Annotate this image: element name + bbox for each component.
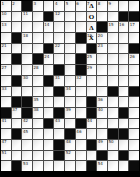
cell-r8c6[interactable]: 31 [54, 76, 64, 86]
black-cell-r15c12 [119, 151, 129, 161]
cell-r10c5[interactable] [44, 97, 54, 107]
clue-number: 20 [98, 33, 103, 38]
black-cell-r3c10 [97, 22, 107, 32]
black-cell-r16c9 [87, 161, 97, 171]
black-cell-r10c2 [12, 97, 22, 107]
cell-r3c9[interactable]: Δ [87, 22, 97, 32]
cell-r12c12[interactable] [119, 119, 129, 129]
cell-r13c9[interactable] [87, 129, 97, 139]
cell-r9c12[interactable] [119, 87, 129, 97]
cell-r15c13[interactable] [129, 151, 139, 161]
clue-number: 31 [55, 75, 60, 80]
cell-r2c8[interactable] [76, 12, 86, 22]
cell-r12c7[interactable] [65, 119, 75, 129]
clue-number: 33 [2, 86, 7, 91]
black-cell-r5c9 [87, 44, 97, 54]
cell-r15c4[interactable] [33, 151, 43, 161]
cell-r16c7[interactable] [65, 161, 75, 171]
cell-r9c4[interactable] [33, 87, 43, 97]
black-cell-r4c8 [76, 33, 86, 43]
clue-number: 53 [23, 161, 28, 166]
cell-r1c6[interactable]: 4 [54, 1, 64, 11]
clue-number: 12 [55, 11, 60, 16]
clue-number: 38 [34, 107, 39, 112]
clue-number: 16 [119, 22, 124, 27]
cell-r5c7[interactable] [65, 44, 75, 54]
cell-r16c5[interactable] [44, 161, 54, 171]
black-cell-r6c4 [33, 54, 43, 64]
black-cell-r12c5 [44, 119, 54, 129]
black-cell-r13c2 [12, 129, 22, 139]
cell-r12c13[interactable] [129, 119, 139, 129]
cell-r4c13[interactable] [129, 33, 139, 43]
black-cell-r16c13 [129, 161, 139, 171]
clue-number: 15 [108, 22, 113, 27]
clue-number: 30 [23, 75, 28, 80]
clue-number: 11 [23, 11, 28, 16]
cell-r3c2[interactable] [12, 22, 22, 32]
cell-r9c10[interactable] [97, 87, 107, 97]
cell-r2c3[interactable]: 11 [22, 12, 32, 22]
cell-r2c10[interactable] [97, 12, 107, 22]
cell-r11c11[interactable] [108, 108, 118, 118]
cell-r4c1[interactable] [1, 33, 11, 43]
cell-r2c1[interactable]: 10 [1, 12, 11, 22]
cell-r14c11[interactable]: 50 [108, 140, 118, 150]
clue-number: 13 [2, 22, 7, 27]
cell-r4c7[interactable] [65, 33, 75, 43]
clue-number: 49 [98, 139, 103, 144]
cell-r2c2[interactable] [12, 12, 22, 22]
cell-r15c2[interactable] [12, 151, 22, 161]
black-cell-r8c2 [12, 76, 22, 86]
cell-r13c5[interactable] [44, 129, 54, 139]
cell-r4c10[interactable]: 20 [97, 33, 107, 43]
black-cell-r10c3 [22, 97, 32, 107]
cell-r8c3[interactable]: 30 [22, 76, 32, 86]
black-cell-r2c5 [44, 12, 54, 22]
triangle-symbol: Δ [87, 22, 97, 32]
cell-r5c3[interactable] [22, 44, 32, 54]
cell-r6c9[interactable]: 25 [87, 54, 97, 64]
cell-r2c11[interactable] [108, 12, 118, 22]
cell-r11c2[interactable]: 37 [12, 108, 22, 118]
clue-number: 4 [55, 1, 58, 6]
cell-r2c6[interactable]: 12 [54, 12, 64, 22]
cell-r1c8[interactable]: 6 [76, 1, 86, 11]
cell-r7c3[interactable] [22, 65, 32, 75]
cell-r1c12[interactable] [119, 1, 129, 11]
cell-r3c7[interactable] [65, 22, 75, 32]
cell-r10c7[interactable] [65, 97, 75, 107]
cell-r10c4[interactable]: 35 [33, 97, 43, 107]
cell-r15c5[interactable] [44, 151, 54, 161]
cell-r12c6[interactable]: 43 [54, 119, 64, 129]
cell-r1c11[interactable]: 9 [108, 1, 118, 11]
cell-r13c6[interactable] [54, 129, 64, 139]
cell-r7c13[interactable] [129, 65, 139, 75]
clue-number: 41 [2, 118, 7, 123]
cell-r3c5[interactable]: 14 [44, 22, 54, 32]
black-cell-r13c12 [119, 129, 129, 139]
cell-r3c4[interactable] [33, 22, 43, 32]
clue-number: 44 [87, 118, 92, 123]
cell-r16c11[interactable] [108, 161, 118, 171]
cell-r16c8[interactable] [76, 161, 86, 171]
cell-r15c3[interactable] [22, 151, 32, 161]
cell-r11c7[interactable]: 39 [65, 108, 75, 118]
black-cell-r11c3 [22, 108, 32, 118]
black-cell-r11c6 [54, 108, 64, 118]
black-cell-r4c2 [12, 33, 22, 43]
clue-number: 50 [108, 139, 113, 144]
cell-r6c5[interactable]: 24 [44, 54, 54, 64]
clue-number: 43 [55, 118, 60, 123]
cell-r13c13[interactable] [129, 129, 139, 139]
cell-r9c3[interactable] [22, 87, 32, 97]
cell-r16c4[interactable] [33, 161, 43, 171]
cell-r8c1[interactable] [1, 76, 11, 86]
black-cell-r7c6 [54, 65, 64, 75]
black-cell-r14c9 [87, 140, 97, 150]
cell-r4c11[interactable] [108, 33, 118, 43]
cell-r5c6[interactable]: 22 [54, 44, 64, 54]
clue-number: 42 [23, 118, 28, 123]
crossword-grid: 1234567Δ89101112O1314Δ1516171819X2021222… [0, 0, 140, 172]
cell-r3c3[interactable] [22, 22, 32, 32]
cell-r6c6[interactable] [54, 54, 64, 64]
cell-r2c4[interactable] [33, 12, 43, 22]
black-cell-r16c2 [12, 161, 22, 171]
clue-number: 14 [44, 22, 49, 27]
cell-r16c6[interactable] [54, 161, 64, 171]
cell-r6c3[interactable] [22, 54, 32, 64]
cell-r14c12[interactable] [119, 140, 129, 150]
clue-number: 54 [98, 161, 103, 166]
clue-number: 18 [23, 33, 28, 38]
cell-r11c5[interactable] [44, 108, 54, 118]
clue-number: 48 [66, 139, 71, 144]
clue-number: 36 [98, 97, 103, 102]
clue-number: 28 [34, 65, 39, 70]
cell-r10c6[interactable] [54, 97, 64, 107]
cell-r8c13[interactable] [129, 76, 139, 86]
cell-r6c1[interactable] [1, 54, 11, 64]
cell-r1c2[interactable]: 2 [12, 1, 22, 11]
cell-r2c7[interactable] [65, 12, 75, 22]
cell-r15c1[interactable]: 51 [1, 151, 11, 161]
cell-r6c12[interactable] [119, 54, 129, 64]
nought-symbol: O [87, 12, 97, 22]
clue-number: 40 [98, 107, 103, 112]
cell-r14c8[interactable] [76, 140, 86, 150]
clue-number: 47 [2, 139, 7, 144]
black-cell-r6c2 [12, 54, 22, 64]
cell-r13c8[interactable]: 46 [76, 129, 86, 139]
cell-r12c9[interactable]: 44 [87, 119, 97, 129]
black-cell-r5c13 [129, 44, 139, 54]
cell-r14c3[interactable] [22, 140, 32, 150]
cell-r11c4[interactable]: 38 [33, 108, 43, 118]
cell-r4c3[interactable]: 18 [22, 33, 32, 43]
cell-r12c10[interactable] [97, 119, 107, 129]
clue-number: 25 [87, 54, 92, 59]
clue-number: 17 [130, 22, 135, 27]
clue-number: 26 [130, 54, 135, 59]
cell-r8c11[interactable] [108, 76, 118, 86]
bottom-border [0, 172, 140, 177]
cell-r6c11[interactable] [108, 54, 118, 64]
cell-r8c10[interactable] [97, 76, 107, 86]
cell-r7c5[interactable] [44, 65, 54, 75]
cell-r7c2[interactable] [12, 65, 22, 75]
black-cell-r12c8 [76, 119, 86, 129]
cell-r9c7[interactable]: 34 [65, 87, 75, 97]
cell-r12c4[interactable] [33, 119, 43, 129]
cell-r2c9[interactable]: O [87, 12, 97, 22]
cell-r8c4[interactable] [33, 76, 43, 86]
cell-r8c12[interactable] [119, 76, 129, 86]
cell-r5c1[interactable]: 21 [1, 44, 11, 54]
cell-r1c7[interactable]: 5 [65, 1, 75, 11]
cell-r13c4[interactable] [33, 129, 43, 139]
black-cell-r8c5 [44, 76, 54, 86]
black-cell-r13c7 [65, 129, 75, 139]
cell-r9c9[interactable] [87, 87, 97, 97]
cell-r12c11[interactable] [108, 119, 118, 129]
black-cell-r15c6 [54, 151, 64, 161]
cell-r15c9[interactable] [87, 151, 97, 161]
cell-r3c13[interactable]: 17 [129, 22, 139, 32]
clue-number: 21 [2, 43, 7, 48]
cell-r12c1[interactable]: 41 [1, 119, 11, 129]
cell-r5c10[interactable]: 23 [97, 44, 107, 54]
cell-r1c5[interactable] [44, 1, 54, 11]
clue-number: 35 [34, 97, 39, 102]
cell-r9c2[interactable] [12, 87, 22, 97]
clue-number: 3 [34, 1, 37, 6]
cell-r7c12[interactable] [119, 65, 129, 75]
cell-r11c10[interactable]: 40 [97, 108, 107, 118]
cell-r5c11[interactable] [108, 44, 118, 54]
clue-number: 52 [66, 150, 71, 155]
black-cell-r5c5 [44, 44, 54, 54]
triangle-symbol: Δ [87, 1, 97, 11]
cell-r11c13[interactable] [129, 108, 139, 118]
clue-number: 46 [76, 129, 81, 134]
cell-r4c6[interactable] [54, 33, 64, 43]
cell-r13c10[interactable] [97, 129, 107, 139]
cell-r12c2[interactable] [12, 119, 22, 129]
black-cell-r15c10 [97, 151, 107, 161]
cell-r4c9[interactable]: 19X [87, 33, 97, 43]
clue-number: 5 [66, 1, 69, 6]
clue-number: 10 [2, 11, 7, 16]
black-cell-r9c11 [108, 87, 118, 97]
cell-r16c10[interactable]: 54 [97, 161, 107, 171]
cell-r14c5[interactable] [44, 140, 54, 150]
cell-r5c12[interactable] [119, 44, 129, 54]
cell-r9c5[interactable] [44, 87, 54, 97]
black-cell-r9c6 [54, 87, 64, 97]
clue-number: 9 [108, 1, 111, 6]
cell-r7c4[interactable]: 28 [33, 65, 43, 75]
black-cell-r13c11 [108, 129, 118, 139]
cell-r15c11[interactable] [108, 151, 118, 161]
cell-r5c8[interactable] [76, 44, 86, 54]
cell-r8c9[interactable] [87, 76, 97, 86]
cell-r6c7[interactable] [65, 54, 75, 64]
black-cell-r1c3 [22, 1, 32, 11]
cell-r4c4[interactable] [33, 33, 43, 43]
clue-number: 29 [87, 65, 92, 70]
cell-r10c11[interactable] [108, 97, 118, 107]
cell-r15c8[interactable] [76, 151, 86, 161]
black-cell-r2c12 [119, 12, 129, 22]
cell-r5c2[interactable] [12, 44, 22, 54]
cell-r14c10[interactable]: 49 [97, 140, 107, 150]
cell-r3c11[interactable]: 15 [108, 22, 118, 32]
cell-r16c1[interactable] [1, 161, 11, 171]
cell-r3c12[interactable]: 16 [119, 22, 129, 32]
clue-number: 34 [66, 86, 71, 91]
cell-r16c12[interactable] [119, 161, 129, 171]
clue-number: 6 [76, 1, 79, 6]
black-cell-r2c13 [129, 12, 139, 22]
cell-r3c1[interactable]: 13 [1, 22, 11, 32]
cell-r6c10[interactable] [97, 54, 107, 64]
cell-r12c3[interactable]: 42 [22, 119, 32, 129]
cell-r10c1[interactable] [1, 97, 11, 107]
cell-r6c13[interactable]: 26 [129, 54, 139, 64]
clue-number: 45 [23, 129, 28, 134]
cell-r11c8[interactable] [76, 108, 86, 118]
black-cell-r10c9 [87, 97, 97, 107]
clue-number: 27 [2, 65, 7, 70]
cell-r14c4[interactable] [33, 140, 43, 150]
cell-r7c11[interactable] [108, 65, 118, 75]
cell-r1c1[interactable]: 1 [1, 1, 11, 11]
clue-number: 1 [2, 1, 5, 6]
black-cell-r11c12 [119, 108, 129, 118]
black-cell-r6c8 [76, 54, 86, 64]
cell-r13c1[interactable] [1, 129, 11, 139]
cell-r13c3[interactable]: 45 [22, 129, 32, 139]
clue-number: 51 [2, 150, 7, 155]
cell-r14c13[interactable] [129, 140, 139, 150]
cell-r5c4[interactable] [33, 44, 43, 54]
cell-r1c10[interactable]: 8 [97, 1, 107, 11]
cell-r14c2[interactable] [12, 140, 22, 150]
cell-r14c7[interactable]: 48 [65, 140, 75, 150]
cell-r10c10[interactable]: 36 [97, 97, 107, 107]
cell-r15c7[interactable]: 52 [65, 151, 75, 161]
cell-r7c1[interactable]: 27 [1, 65, 11, 75]
cell-r8c8[interactable]: 32 [76, 76, 86, 86]
cell-r10c8[interactable] [76, 97, 86, 107]
cross-symbol: X [87, 33, 97, 43]
black-cell-r7c8 [76, 65, 86, 75]
clue-number: 2 [12, 1, 15, 6]
cell-r1c9[interactable]: 7Δ [87, 1, 97, 11]
cell-r10c12[interactable] [119, 97, 129, 107]
clue-number: 32 [76, 75, 81, 80]
black-cell-r14c6 [54, 140, 64, 150]
clue-number: 8 [98, 1, 101, 6]
cell-r3c8[interactable] [76, 22, 86, 32]
black-cell-r11c1 [1, 108, 11, 118]
cell-r4c12[interactable] [119, 33, 129, 43]
cell-r9c1[interactable]: 33 [1, 87, 11, 97]
cell-r3c6[interactable] [54, 22, 64, 32]
clue-number: 23 [98, 43, 103, 48]
cell-r7c9[interactable]: 29 [87, 65, 97, 75]
clue-number: 24 [44, 54, 49, 59]
cell-r1c4[interactable]: 3 [33, 1, 43, 11]
cell-r7c10[interactable] [97, 65, 107, 75]
cell-r16c3[interactable]: 53 [22, 161, 32, 171]
clue-number: 39 [66, 107, 71, 112]
black-cell-r11c9 [87, 108, 97, 118]
cell-r14c1[interactable]: 47 [1, 140, 11, 150]
cell-r10c13[interactable] [129, 97, 139, 107]
cell-r1c13[interactable] [129, 1, 139, 11]
clue-number: 37 [12, 107, 17, 112]
cell-r8c7[interactable] [65, 76, 75, 86]
cell-r7c7[interactable] [65, 65, 75, 75]
cell-r9c8[interactable] [76, 87, 86, 97]
black-cell-r9c13 [129, 87, 139, 97]
cell-r4c5[interactable] [44, 33, 54, 43]
clue-number: 22 [55, 43, 60, 48]
